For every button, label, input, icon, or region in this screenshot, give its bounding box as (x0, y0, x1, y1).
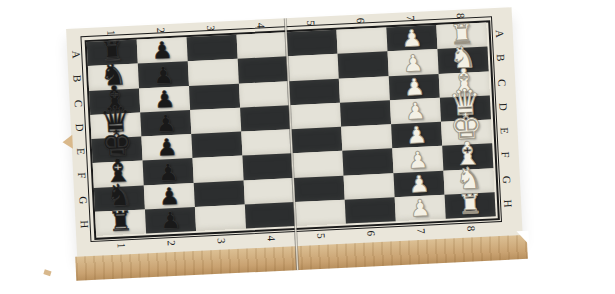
square-H5[interactable] (295, 199, 346, 226)
square-G4[interactable] (244, 178, 295, 205)
piece-white-pawn[interactable]: ♟ (405, 100, 427, 124)
piece-white-pawn[interactable]: ♟ (406, 124, 428, 148)
square-E6[interactable] (341, 124, 392, 151)
square-F3[interactable] (193, 156, 244, 183)
square-H1[interactable]: ♜ (95, 209, 146, 236)
square-B5[interactable] (288, 54, 339, 81)
square-A4[interactable] (237, 32, 288, 59)
piece-black-pawn[interactable]: ♟ (157, 160, 179, 184)
piece-white-pawn[interactable]: ♟ (409, 196, 431, 220)
square-B6[interactable] (338, 52, 389, 79)
rank-label-bottom-7: 7 (414, 224, 429, 239)
piece-black-pawn[interactable]: ♟ (156, 136, 178, 160)
square-G6[interactable] (344, 173, 395, 200)
file-label-right-E: E (497, 124, 512, 139)
piece-black-pawn[interactable]: ♟ (159, 184, 181, 208)
wood-edge-notch (516, 231, 529, 246)
square-E2[interactable]: ♟ (141, 134, 192, 161)
piece-white-pawn[interactable]: ♟ (407, 148, 429, 172)
square-F4[interactable] (242, 153, 293, 180)
rank-label-bottom-8: 8 (464, 221, 479, 236)
square-G3[interactable] (194, 180, 245, 207)
rank-label-top-5: 5 (304, 16, 319, 31)
file-label-left-A: A (69, 47, 84, 62)
square-H8[interactable]: ♜ (445, 192, 496, 219)
square-D7[interactable]: ♟ (390, 98, 441, 125)
piece-black-pawn[interactable]: ♟ (155, 112, 177, 136)
square-E3[interactable] (191, 132, 242, 159)
square-B7[interactable]: ♟ (388, 49, 439, 76)
rank-label-top-3: 3 (204, 21, 219, 36)
file-label-right-G: G (500, 172, 515, 187)
square-B3[interactable] (188, 59, 239, 86)
rank-label-bottom-2: 2 (164, 236, 179, 251)
square-A2[interactable]: ♟ (137, 37, 188, 64)
square-G2[interactable]: ♟ (144, 182, 195, 209)
square-F6[interactable] (342, 149, 393, 176)
latch-fragment (43, 269, 51, 276)
square-D2[interactable]: ♟ (140, 110, 191, 137)
file-label-right-C: C (495, 75, 510, 90)
rank-label-top-7: 7 (404, 11, 419, 26)
rank-label-bottom-4: 4 (264, 231, 279, 246)
rank-label-top-4: 4 (254, 18, 269, 33)
square-A6[interactable] (336, 27, 387, 54)
square-D3[interactable] (190, 107, 241, 134)
rank-label-bottom-5: 5 (314, 228, 329, 243)
square-E7[interactable]: ♟ (391, 122, 442, 149)
rank-label-top-2: 2 (154, 23, 169, 38)
file-label-left-F: F (75, 168, 90, 183)
square-A7[interactable]: ♟ (386, 25, 437, 52)
file-label-right-F: F (498, 148, 513, 163)
square-C5[interactable] (289, 78, 340, 105)
square-A3[interactable] (187, 35, 238, 62)
square-G5[interactable] (294, 175, 345, 202)
square-D5[interactable] (290, 103, 341, 130)
square-C4[interactable] (239, 81, 290, 108)
rank-label-bottom-1: 1 (114, 238, 129, 253)
file-label-left-C: C (71, 96, 86, 111)
file-label-left-H: H (77, 217, 92, 232)
square-H3[interactable] (195, 204, 246, 231)
piece-black-pawn[interactable]: ♟ (160, 209, 182, 233)
piece-black-rook[interactable]: ♜ (108, 207, 134, 235)
square-H2[interactable]: ♟ (145, 207, 196, 234)
file-label-right-H: H (501, 196, 516, 211)
square-E4[interactable] (241, 129, 292, 156)
square-G7[interactable]: ♟ (393, 170, 444, 197)
piece-black-pawn[interactable]: ♟ (153, 63, 175, 87)
piece-white-pawn[interactable]: ♟ (401, 27, 423, 51)
hinge-clasp (62, 135, 73, 149)
square-F5[interactable] (292, 151, 343, 178)
file-label-right-D: D (496, 99, 511, 114)
square-C3[interactable] (189, 83, 240, 110)
file-label-left-B: B (70, 72, 85, 87)
piece-white-pawn[interactable]: ♟ (408, 172, 430, 196)
square-E5[interactable] (291, 127, 342, 154)
square-D4[interactable] (240, 105, 291, 132)
square-H4[interactable] (245, 202, 296, 229)
square-F2[interactable]: ♟ (143, 158, 194, 185)
file-label-left-G: G (76, 193, 91, 208)
square-A5[interactable] (286, 30, 337, 57)
file-label-left-E: E (74, 144, 89, 159)
square-D6[interactable] (340, 100, 391, 127)
square-F7[interactable]: ♟ (392, 146, 443, 173)
file-label-right-A: A (492, 27, 507, 42)
rank-label-top-6: 6 (354, 13, 369, 28)
file-label-left-D: D (73, 120, 88, 135)
piece-black-pawn[interactable]: ♟ (151, 39, 173, 63)
square-B2[interactable]: ♟ (138, 61, 189, 88)
square-B4[interactable] (238, 57, 289, 84)
square-H6[interactable] (345, 197, 396, 224)
square-C7[interactable]: ♟ (389, 73, 440, 100)
file-label-right-B: B (494, 51, 509, 66)
piece-white-pawn[interactable]: ♟ (403, 75, 425, 99)
rank-label-bottom-6: 6 (364, 226, 379, 241)
piece-black-pawn[interactable]: ♟ (154, 88, 176, 112)
rank-label-bottom-3: 3 (214, 233, 229, 248)
piece-white-pawn[interactable]: ♟ (402, 51, 424, 75)
piece-white-rook[interactable]: ♜ (457, 190, 483, 218)
square-H7[interactable]: ♟ (395, 195, 446, 222)
square-C6[interactable] (339, 76, 390, 103)
square-C2[interactable]: ♟ (139, 86, 190, 113)
chess-board: ♜♟♟♜♞♟♟♞♝♟♟♝♛♟♟♛♚♟♟♚♝♟♟♝♞♟♟♞♜♟♟♜ ABCDEFG… (66, 7, 524, 282)
